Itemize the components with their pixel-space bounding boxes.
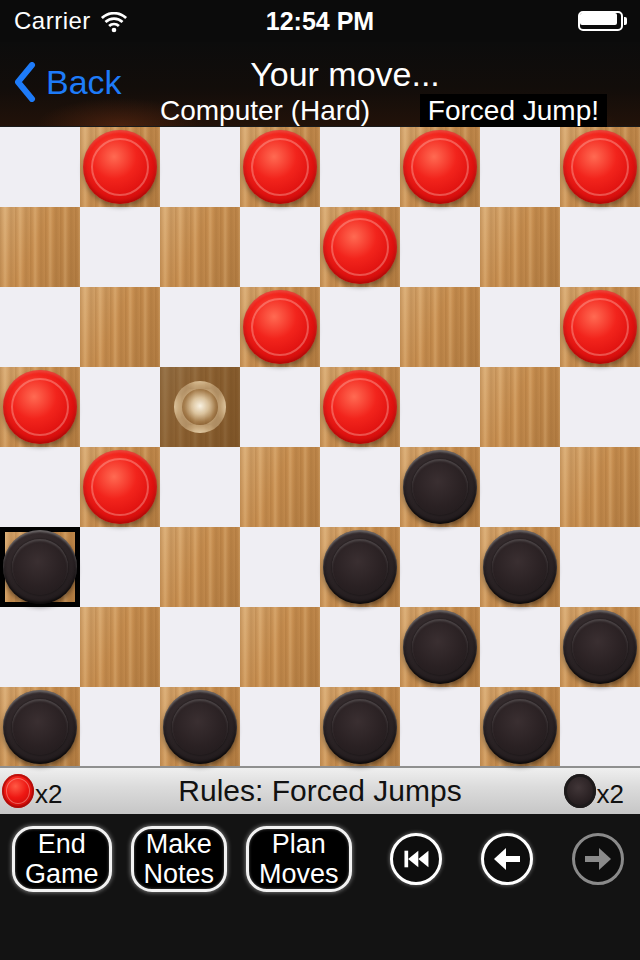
- page-title: Your move...: [250, 55, 440, 94]
- black-checker[interactable]: [403, 610, 477, 684]
- redo-move-button[interactable]: [572, 833, 624, 885]
- square-r7c6[interactable]: [480, 687, 560, 767]
- square-r2c6: [480, 287, 560, 367]
- square-r4c5[interactable]: [400, 447, 480, 527]
- red-checker[interactable]: [403, 130, 477, 204]
- red-checker[interactable]: [243, 130, 317, 204]
- selected-square[interactable]: [0, 527, 80, 607]
- square-r5c1: [80, 527, 160, 607]
- square-r0c0: [0, 127, 80, 207]
- square-r6c6: [480, 607, 560, 687]
- battery-full-icon: [578, 11, 627, 31]
- black-checker[interactable]: [3, 690, 77, 764]
- square-r3c5: [400, 367, 480, 447]
- square-r0c3[interactable]: [240, 127, 320, 207]
- square-r6c1[interactable]: [80, 607, 160, 687]
- red-checker[interactable]: [323, 370, 397, 444]
- square-r1c7: [560, 207, 640, 287]
- toolbar-buttons: End Game Make Notes Plan Moves: [12, 826, 352, 892]
- square-r6c3[interactable]: [240, 607, 320, 687]
- square-r2c7[interactable]: [560, 287, 640, 367]
- square-r7c1: [80, 687, 160, 767]
- square-r5c4[interactable]: [320, 527, 400, 607]
- square-r2c1[interactable]: [80, 287, 160, 367]
- carrier-label: Carrier: [14, 7, 91, 35]
- square-r0c6: [480, 127, 560, 207]
- red-checker[interactable]: [563, 290, 637, 364]
- square-r7c4[interactable]: [320, 687, 400, 767]
- square-r0c4: [320, 127, 400, 207]
- square-r7c3: [240, 687, 320, 767]
- black-checker[interactable]: [483, 530, 557, 604]
- skip-to-start-button[interactable]: [390, 833, 442, 885]
- square-r4c4: [320, 447, 400, 527]
- red-checker[interactable]: [243, 290, 317, 364]
- square-r0c7[interactable]: [560, 127, 640, 207]
- square-r1c5: [400, 207, 480, 287]
- wifi-icon: [100, 12, 128, 33]
- square-r0c5[interactable]: [400, 127, 480, 207]
- square-r4c0: [0, 447, 80, 527]
- square-r0c2: [160, 127, 240, 207]
- forced-jump-badge: Forced Jump!: [420, 94, 607, 130]
- black-captured-group: x2: [564, 774, 624, 808]
- square-r7c7: [560, 687, 640, 767]
- red-checker[interactable]: [83, 450, 157, 524]
- red-checker[interactable]: [563, 130, 637, 204]
- square-r2c4: [320, 287, 400, 367]
- square-r7c5: [400, 687, 480, 767]
- square-r5c6[interactable]: [480, 527, 560, 607]
- back-label: Back: [46, 63, 122, 102]
- black-checker[interactable]: [3, 530, 77, 604]
- square-r3c0[interactable]: [0, 367, 80, 447]
- red-checker[interactable]: [3, 370, 77, 444]
- square-r6c0: [0, 607, 80, 687]
- black-captured-count: x2: [597, 780, 624, 808]
- square-r1c2[interactable]: [160, 207, 240, 287]
- square-r4c1[interactable]: [80, 447, 160, 527]
- square-r2c2: [160, 287, 240, 367]
- black-checker-icon: [564, 774, 596, 808]
- square-r5c5: [400, 527, 480, 607]
- square-r4c3[interactable]: [240, 447, 320, 527]
- square-r1c0[interactable]: [0, 207, 80, 287]
- left-arrow-icon: [492, 846, 522, 872]
- rules-label: Rules: Forced Jumps: [178, 774, 461, 808]
- red-checker[interactable]: [323, 210, 397, 284]
- black-checker[interactable]: [483, 690, 557, 764]
- clock: 12:54 PM: [266, 7, 374, 36]
- black-checker[interactable]: [403, 450, 477, 524]
- square-r6c2: [160, 607, 240, 687]
- square-r6c4: [320, 607, 400, 687]
- square-r4c7[interactable]: [560, 447, 640, 527]
- square-r3c6[interactable]: [480, 367, 560, 447]
- red-captured-count: x2: [35, 780, 62, 808]
- undo-move-button[interactable]: [481, 833, 533, 885]
- square-r4c2: [160, 447, 240, 527]
- make-notes-button[interactable]: Make Notes: [131, 826, 228, 892]
- square-r1c1: [80, 207, 160, 287]
- black-checker[interactable]: [163, 690, 237, 764]
- black-checker[interactable]: [323, 690, 397, 764]
- square-r1c6[interactable]: [480, 207, 560, 287]
- end-game-button[interactable]: End Game: [12, 826, 112, 892]
- square-r7c0[interactable]: [0, 687, 80, 767]
- nav-bar: Back Your move... Computer (Hard) Forced…: [0, 42, 640, 126]
- black-checker[interactable]: [563, 610, 637, 684]
- square-r6c7[interactable]: [560, 607, 640, 687]
- square-r4c6: [480, 447, 560, 527]
- square-r3c3: [240, 367, 320, 447]
- square-r3c4[interactable]: [320, 367, 400, 447]
- square-r5c2[interactable]: [160, 527, 240, 607]
- skip-to-start-icon: [402, 847, 430, 871]
- square-r1c4[interactable]: [320, 207, 400, 287]
- media-buttons: [390, 826, 624, 892]
- square-r2c0: [0, 287, 80, 367]
- square-r2c3[interactable]: [240, 287, 320, 367]
- status-bar: Carrier 12:54 PM: [0, 0, 640, 42]
- square-r1c3: [240, 207, 320, 287]
- plan-moves-button[interactable]: Plan Moves: [246, 826, 352, 892]
- opponent-label: Computer (Hard): [160, 95, 370, 127]
- square-r0c1[interactable]: [80, 127, 160, 207]
- square-r3c7: [560, 367, 640, 447]
- square-r2c5[interactable]: [400, 287, 480, 367]
- back-chevron-icon: [14, 62, 36, 102]
- square-r7c2[interactable]: [160, 687, 240, 767]
- red-checker-icon: [2, 774, 34, 808]
- red-captured-group: x2: [2, 774, 62, 808]
- bottom-toolbar: End Game Make Notes Plan Moves: [0, 814, 640, 960]
- back-button[interactable]: Back: [14, 62, 122, 102]
- square-r3c1: [80, 367, 160, 447]
- info-bar: x2 Rules: Forced Jumps x2: [0, 766, 640, 814]
- square-r6c5[interactable]: [400, 607, 480, 687]
- square-r5c3: [240, 527, 320, 607]
- black-checker[interactable]: [323, 530, 397, 604]
- red-checker[interactable]: [83, 130, 157, 204]
- checkers-board: [0, 126, 640, 766]
- ghost-checker[interactable]: [174, 381, 226, 433]
- right-arrow-icon: [583, 846, 613, 872]
- square-r3c2[interactable]: [160, 367, 240, 447]
- square-r5c7: [560, 527, 640, 607]
